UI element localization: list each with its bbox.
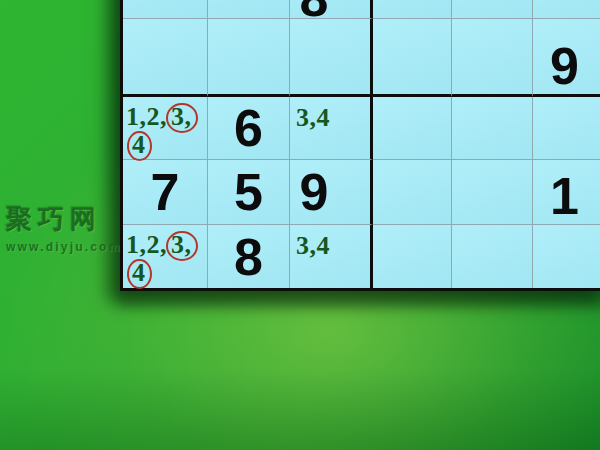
board-cell <box>373 19 452 97</box>
board-cell: 1 <box>533 160 600 225</box>
board-cell <box>452 0 533 19</box>
cell-digit: 8 <box>234 231 263 283</box>
board-cell <box>208 0 290 19</box>
board-cell: 8 <box>290 0 373 19</box>
board-cell <box>123 19 208 97</box>
candidate-line: 3,4 <box>296 105 370 130</box>
candidate-line: 4 <box>128 260 207 287</box>
board-cell <box>533 97 600 160</box>
cell-digit: 9 <box>550 40 579 92</box>
watermark-site-url: www.diyju.com <box>6 240 122 254</box>
candidate-line: 4 <box>128 132 207 159</box>
cell-digit: 7 <box>151 166 180 218</box>
board-cell: 1,2,3,4 <box>123 225 208 288</box>
board-cell: 3,4 <box>290 97 373 160</box>
cell-digit: 6 <box>234 102 263 154</box>
board-cell: 9 <box>533 19 600 97</box>
circled-candidate: 3, <box>166 103 198 133</box>
board-cell <box>533 0 600 19</box>
board-cell <box>533 225 600 288</box>
sudoku-board: 891,2,3,463,475911,2,3,483,4 <box>120 0 600 291</box>
board-cell: 1,2,3,4 <box>123 97 208 160</box>
candidate-line: 1,2,3, <box>126 104 207 131</box>
board-cell <box>373 160 452 225</box>
board-cell: 3,4 <box>290 225 373 288</box>
watermark: 聚巧网 www.diyju.com <box>6 202 122 254</box>
board-cell <box>290 19 373 97</box>
board-cell <box>452 225 533 288</box>
candidate-text: 1,2, <box>126 102 167 131</box>
candidate-line: 3,4 <box>296 233 370 258</box>
watermark-site-name: 聚巧网 <box>6 202 122 237</box>
board-cell <box>373 225 452 288</box>
board-cell <box>452 97 533 160</box>
board-cell <box>123 0 208 19</box>
cell-digit: 5 <box>234 166 263 218</box>
board-cell: 9 <box>290 160 373 225</box>
cell-digit: 9 <box>300 166 329 218</box>
candidate-text: 3,4 <box>296 231 330 260</box>
board-cell: 5 <box>208 160 290 225</box>
board-cell: 6 <box>208 97 290 160</box>
circled-candidate: 4 <box>127 259 152 289</box>
candidate-text: 1,2, <box>126 230 167 259</box>
cell-digit: 1 <box>550 170 579 222</box>
board-cell <box>373 97 452 160</box>
board-cell <box>208 19 290 97</box>
candidate-line: 1,2,3, <box>126 232 207 259</box>
tutorial-background: { "game": "sudoku", "view": "partial boa… <box>0 0 600 450</box>
board-cell <box>373 0 452 19</box>
circled-candidate: 3, <box>166 231 198 261</box>
circled-candidate: 4 <box>127 131 152 161</box>
board-cell <box>452 19 533 97</box>
board-cell: 7 <box>123 160 208 225</box>
candidate-text: 3,4 <box>296 103 330 132</box>
board-cell <box>452 160 533 225</box>
board-cell: 8 <box>208 225 290 288</box>
